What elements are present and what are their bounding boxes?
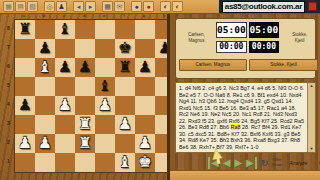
rank-label: 3 [4, 114, 13, 133]
toolbar: ▦▤▧◎♟◂▸▦✉●●◐◐ as85@outlook.com.ar [0, 0, 320, 14]
refresh-icon[interactable]: ↻ [261, 157, 269, 169]
scroll-down-icon[interactable]: ▼ [310, 146, 314, 152]
play-game-icon[interactable]: ♟ [56, 1, 67, 12]
black-pawn[interactable]: ♟ [55, 58, 75, 77]
square-d8[interactable] [75, 20, 95, 39]
message-icon[interactable]: ✉ [114, 1, 125, 12]
white-pawn[interactable]: ♟ [35, 134, 55, 153]
square-c6[interactable]: ♟ [55, 58, 75, 77]
square-c5[interactable] [55, 77, 75, 96]
board-window-icon[interactable]: ▦ [3, 1, 14, 12]
previous-move-button[interactable]: ◀ [223, 157, 231, 169]
square-e5[interactable]: ♝ [95, 77, 115, 96]
chess-board[interactable]: ♜♝♟♚♟♝♟♟♜♟♝♟♟♟♜♟♟♟♜♟♝♚ [14, 19, 176, 173]
email-text: as85@outlook.com.ar [222, 1, 305, 13]
square-b2[interactable]: ♟ [35, 134, 55, 153]
white-king[interactable]: ♚ [135, 153, 155, 172]
square-e6[interactable] [95, 58, 115, 77]
square-b8[interactable] [35, 20, 55, 39]
square-a5[interactable] [15, 77, 35, 96]
black-pawn[interactable]: ♟ [15, 96, 35, 115]
square-b1[interactable] [35, 153, 55, 172]
black-king[interactable]: ♚ [115, 39, 135, 58]
move-list[interactable]: 1. d4 Nf6 2. c4 g6 3. Nc3 Bg7 4. e4 d6 5… [175, 82, 316, 153]
layout-icon[interactable]: ▧ [27, 1, 38, 12]
spectate-icon[interactable]: ◎ [44, 1, 55, 12]
black-pawn[interactable]: ♟ [75, 58, 95, 77]
square-b4[interactable] [35, 96, 55, 115]
square-b5[interactable] [35, 77, 55, 96]
square-f8[interactable] [115, 20, 135, 39]
white-bishop[interactable]: ♝ [35, 58, 55, 77]
rank-label: 5 [4, 76, 13, 95]
white-pawn[interactable]: ♟ [135, 134, 155, 153]
black-bishop[interactable]: ♝ [55, 20, 75, 39]
white-main-clock: 05:00 [216, 22, 247, 38]
square-f6[interactable]: ♜ [115, 58, 135, 77]
forward-icon[interactable]: ▸ [85, 1, 96, 12]
square-f7[interactable]: ♚ [115, 39, 135, 58]
white-pawn[interactable]: ♟ [95, 96, 115, 115]
square-c8[interactable]: ♝ [55, 20, 75, 39]
square-e3[interactable] [95, 115, 115, 134]
black-main-clock: 05:00 [249, 22, 280, 38]
square-b7[interactable]: ♟ [35, 39, 55, 58]
black-pawn[interactable]: ♟ [135, 58, 155, 77]
black-name-line2: Kjetil [281, 38, 318, 44]
square-d2[interactable]: ♜ [75, 134, 95, 153]
square-g2[interactable]: ♟ [135, 134, 155, 153]
square-a3[interactable] [15, 115, 35, 134]
email-watermark: as85@outlook.com.ar [219, 0, 320, 13]
player-red-icon[interactable]: ● [143, 1, 154, 12]
white-rook[interactable]: ♜ [75, 134, 95, 153]
black-increment-clock: 00:00 [249, 41, 280, 53]
rank-label: 6 [4, 57, 13, 76]
square-e4[interactable]: ♟ [95, 96, 115, 115]
black-rook[interactable]: ♜ [15, 20, 35, 39]
white-pawn[interactable]: ♟ [15, 134, 35, 153]
white-rook[interactable]: ♜ [75, 115, 95, 134]
offer-draw-line2: Draw [272, 163, 281, 167]
white-pawn[interactable]: ♟ [115, 115, 135, 134]
clock-panel: Carlsen, Magnus 05:00 05:00 Stokke, Kjet… [175, 18, 316, 79]
square-d1[interactable] [75, 153, 95, 172]
scroll-up-icon[interactable]: ▲ [310, 83, 314, 89]
square-c2[interactable] [55, 134, 75, 153]
black-bishop[interactable]: ♝ [95, 77, 115, 96]
next-move-button[interactable]: ▶ [234, 157, 242, 169]
close-icon[interactable] [308, 2, 317, 11]
rank-label: 8 [4, 19, 13, 38]
analyze-button[interactable]: Analyze [289, 160, 307, 166]
square-d4[interactable] [75, 96, 95, 115]
last-move-button[interactable]: ▶ [246, 157, 257, 169]
square-a7[interactable] [15, 39, 35, 58]
games-list-icon[interactable]: ▤ [15, 1, 26, 12]
square-e7[interactable] [95, 39, 115, 58]
square-a2[interactable]: ♟ [15, 134, 35, 153]
white-player-name: Carlsen, Magnus [179, 32, 214, 43]
black-player-name: Stokke, Kjetil [281, 32, 318, 43]
square-g3[interactable] [135, 115, 155, 134]
square-a6[interactable] [15, 58, 35, 77]
square-e1[interactable] [95, 153, 115, 172]
back-icon[interactable]: ◂ [73, 1, 84, 12]
side-panel: Carlsen, Magnus 05:00 05:00 Stokke, Kjet… [167, 13, 320, 180]
square-a8[interactable]: ♜ [15, 20, 35, 39]
player-blue-icon[interactable]: ● [131, 1, 142, 12]
square-a4[interactable]: ♟ [15, 96, 35, 115]
playchess-window: ▦▤▧◎♟◂▸▦✉●●◐◐ as85@outlook.com.ar abcdef… [0, 0, 320, 180]
toolbar-icon-group: ▦▤▧◎♟◂▸▦✉●●◐◐ [0, 1, 183, 12]
square-d5[interactable] [75, 77, 95, 96]
square-e8[interactable] [95, 20, 115, 39]
square-f4[interactable] [115, 96, 135, 115]
square-d7[interactable] [75, 39, 95, 58]
square-f1[interactable]: ♝ [115, 153, 135, 172]
challenge-red-icon[interactable]: ◐ [172, 1, 183, 12]
move-list-scrollbar[interactable]: ▲ ▼ [307, 83, 315, 152]
square-g1[interactable]: ♚ [135, 153, 155, 172]
square-g6[interactable]: ♟ [135, 58, 155, 77]
tables-icon[interactable]: ▦ [102, 1, 113, 12]
window-bottom-strip [170, 170, 320, 180]
square-f3[interactable]: ♟ [115, 115, 135, 134]
current-move[interactable]: Ra8 [231, 124, 241, 130]
square-f2[interactable] [115, 134, 135, 153]
white-name-line2: Magnus [179, 38, 214, 44]
navigation-bar: ◀ ◀ ▶ ▶ ↻ Offer Draw Analyze Edit [175, 155, 316, 170]
white-pawn[interactable]: ♟ [55, 96, 75, 115]
square-e2[interactable] [95, 134, 115, 153]
square-a1[interactable] [15, 153, 35, 172]
rank-label: 7 [4, 38, 13, 57]
rank-labels: 87654321 [4, 19, 13, 171]
square-c1[interactable] [55, 153, 75, 172]
square-g7[interactable] [135, 39, 155, 58]
square-c7[interactable] [55, 39, 75, 58]
rank-label: 1 [4, 152, 13, 171]
square-g5[interactable] [135, 77, 155, 96]
square-c3[interactable] [55, 115, 75, 134]
square-c4[interactable]: ♟ [55, 96, 75, 115]
square-g4[interactable] [135, 96, 155, 115]
offer-draw-button[interactable]: Offer Draw [272, 158, 281, 167]
black-pawn[interactable]: ♟ [35, 39, 55, 58]
white-player-tab[interactable]: Carlsen, Magnus [179, 59, 247, 71]
black-rook[interactable]: ♜ [115, 58, 135, 77]
challenge-blue-icon[interactable]: ◐ [160, 1, 171, 12]
rank-label: 4 [4, 95, 13, 114]
square-f5[interactable] [115, 77, 135, 96]
white-bishop[interactable]: ♝ [115, 153, 135, 172]
white-increment-clock: 00:00 [216, 41, 247, 53]
square-b6[interactable]: ♝ [35, 58, 55, 77]
square-g8[interactable] [135, 20, 155, 39]
black-player-tab[interactable]: Stokke, Kjetil [249, 59, 319, 71]
square-d6[interactable]: ♟ [75, 58, 95, 77]
square-d3[interactable]: ♜ [75, 115, 95, 134]
board-frame: abcdefgh 87654321 ♜♝♟♚♟♝♟♟♜♟♝♟♟♟♜♟♟♟♜♟♝♚ [0, 13, 176, 180]
rank-label: 2 [4, 133, 13, 152]
square-b3[interactable] [35, 115, 55, 134]
